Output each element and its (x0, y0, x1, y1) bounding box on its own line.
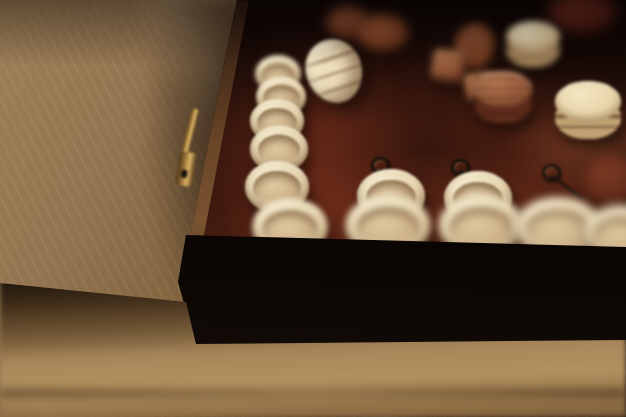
stack-top-face (506, 21, 560, 53)
checker-bowl (525, 209, 590, 250)
brass-latch (176, 108, 202, 196)
cream-checker-stack (506, 21, 560, 67)
brown-die (430, 48, 468, 84)
brown-checker-blurred (356, 14, 408, 50)
brass-latch-plate (175, 151, 196, 187)
backgammon-photo-scene (0, 0, 626, 417)
stack-top-face (474, 71, 532, 107)
stack-side (474, 93, 532, 123)
brown-checker-stack (474, 71, 532, 123)
checker-bowl (449, 207, 513, 248)
white-checker-stack (555, 81, 621, 139)
stack-top-face (555, 81, 621, 122)
